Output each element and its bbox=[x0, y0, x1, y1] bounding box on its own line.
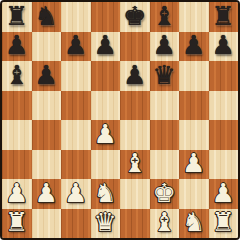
piece-black-rook[interactable]: ♜ bbox=[5, 2, 28, 31]
square-c4[interactable] bbox=[61, 120, 91, 150]
square-e2[interactable] bbox=[120, 179, 150, 209]
square-f8[interactable]: ♝ bbox=[150, 2, 180, 32]
square-g2[interactable] bbox=[179, 179, 209, 209]
square-c7[interactable]: ♟ bbox=[61, 32, 91, 62]
square-e3[interactable]: ♝ bbox=[120, 150, 150, 180]
piece-black-pawn[interactable]: ♟ bbox=[123, 61, 146, 90]
piece-black-pawn[interactable]: ♟ bbox=[212, 32, 235, 61]
square-d5[interactable] bbox=[91, 91, 121, 121]
square-b8[interactable]: ♞ bbox=[32, 2, 62, 32]
piece-white-rook[interactable]: ♜ bbox=[212, 209, 235, 238]
square-b5[interactable] bbox=[32, 91, 62, 121]
square-d1[interactable]: ♛ bbox=[91, 209, 121, 239]
square-a4[interactable] bbox=[2, 120, 32, 150]
square-f3[interactable] bbox=[150, 150, 180, 180]
square-g6[interactable] bbox=[179, 61, 209, 91]
square-a6[interactable]: ♝ bbox=[2, 61, 32, 91]
square-c2[interactable]: ♟ bbox=[61, 179, 91, 209]
square-g8[interactable] bbox=[179, 2, 209, 32]
square-h1[interactable]: ♜ bbox=[209, 209, 239, 239]
square-c6[interactable] bbox=[61, 61, 91, 91]
square-h7[interactable]: ♟ bbox=[209, 32, 239, 62]
piece-white-queen[interactable]: ♛ bbox=[94, 209, 117, 238]
square-b1[interactable] bbox=[32, 209, 62, 239]
piece-white-bishop[interactable]: ♝ bbox=[123, 150, 146, 179]
square-b3[interactable] bbox=[32, 150, 62, 180]
piece-black-bishop[interactable]: ♝ bbox=[153, 2, 176, 31]
square-h3[interactable] bbox=[209, 150, 239, 180]
square-g3[interactable]: ♟ bbox=[179, 150, 209, 180]
square-a5[interactable] bbox=[2, 91, 32, 121]
square-g1[interactable]: ♞ bbox=[179, 209, 209, 239]
piece-black-queen[interactable]: ♛ bbox=[153, 61, 176, 90]
square-h4[interactable] bbox=[209, 120, 239, 150]
piece-white-king[interactable]: ♚ bbox=[153, 179, 176, 208]
square-a8[interactable]: ♜ bbox=[2, 2, 32, 32]
square-h8[interactable]: ♜ bbox=[209, 2, 239, 32]
square-g4[interactable] bbox=[179, 120, 209, 150]
square-d6[interactable] bbox=[91, 61, 121, 91]
piece-white-bishop[interactable]: ♝ bbox=[153, 209, 176, 238]
square-e4[interactable] bbox=[120, 120, 150, 150]
square-d8[interactable] bbox=[91, 2, 121, 32]
piece-black-pawn[interactable]: ♟ bbox=[5, 32, 28, 61]
piece-black-bishop[interactable]: ♝ bbox=[5, 61, 28, 90]
square-h2[interactable]: ♟ bbox=[209, 179, 239, 209]
square-c8[interactable] bbox=[61, 2, 91, 32]
piece-white-knight[interactable]: ♞ bbox=[94, 179, 117, 208]
square-a7[interactable]: ♟ bbox=[2, 32, 32, 62]
piece-white-pawn[interactable]: ♟ bbox=[94, 120, 117, 149]
square-d3[interactable] bbox=[91, 150, 121, 180]
square-b7[interactable] bbox=[32, 32, 62, 62]
piece-black-pawn[interactable]: ♟ bbox=[182, 32, 205, 61]
piece-black-pawn[interactable]: ♟ bbox=[153, 32, 176, 61]
square-e8[interactable]: ♚ bbox=[120, 2, 150, 32]
square-f7[interactable]: ♟ bbox=[150, 32, 180, 62]
square-f4[interactable] bbox=[150, 120, 180, 150]
square-h5[interactable] bbox=[209, 91, 239, 121]
piece-black-pawn[interactable]: ♟ bbox=[94, 32, 117, 61]
piece-white-pawn[interactable]: ♟ bbox=[212, 179, 235, 208]
square-e7[interactable] bbox=[120, 32, 150, 62]
square-a1[interactable]: ♜ bbox=[2, 209, 32, 239]
square-c1[interactable] bbox=[61, 209, 91, 239]
piece-white-knight[interactable]: ♞ bbox=[182, 209, 205, 238]
square-d7[interactable]: ♟ bbox=[91, 32, 121, 62]
square-d4[interactable]: ♟ bbox=[91, 120, 121, 150]
square-e6[interactable]: ♟ bbox=[120, 61, 150, 91]
piece-black-knight[interactable]: ♞ bbox=[35, 2, 58, 31]
square-b6[interactable]: ♟ bbox=[32, 61, 62, 91]
square-f5[interactable] bbox=[150, 91, 180, 121]
square-b4[interactable] bbox=[32, 120, 62, 150]
square-f1[interactable]: ♝ bbox=[150, 209, 180, 239]
square-d2[interactable]: ♞ bbox=[91, 179, 121, 209]
square-c3[interactable] bbox=[61, 150, 91, 180]
piece-white-pawn[interactable]: ♟ bbox=[182, 150, 205, 179]
square-c5[interactable] bbox=[61, 91, 91, 121]
piece-white-rook[interactable]: ♜ bbox=[5, 209, 28, 238]
square-g7[interactable]: ♟ bbox=[179, 32, 209, 62]
square-h6[interactable] bbox=[209, 61, 239, 91]
square-e5[interactable] bbox=[120, 91, 150, 121]
square-f6[interactable]: ♛ bbox=[150, 61, 180, 91]
piece-black-king[interactable]: ♚ bbox=[123, 2, 146, 31]
piece-white-pawn[interactable]: ♟ bbox=[35, 179, 58, 208]
square-a3[interactable] bbox=[2, 150, 32, 180]
piece-black-pawn[interactable]: ♟ bbox=[35, 61, 58, 90]
square-f2[interactable]: ♚ bbox=[150, 179, 180, 209]
square-a2[interactable]: ♟ bbox=[2, 179, 32, 209]
square-g5[interactable] bbox=[179, 91, 209, 121]
piece-white-pawn[interactable]: ♟ bbox=[64, 179, 87, 208]
piece-white-pawn[interactable]: ♟ bbox=[5, 179, 28, 208]
piece-black-pawn[interactable]: ♟ bbox=[64, 32, 87, 61]
piece-black-rook[interactable]: ♜ bbox=[212, 2, 235, 31]
square-e1[interactable] bbox=[120, 209, 150, 239]
chess-board: ♜♞♚♝♜♟♟♟♟♟♟♝♟♟♛♟♝♟♟♟♟♞♚♟♜♛♝♞♜ bbox=[0, 0, 240, 240]
square-b2[interactable]: ♟ bbox=[32, 179, 62, 209]
